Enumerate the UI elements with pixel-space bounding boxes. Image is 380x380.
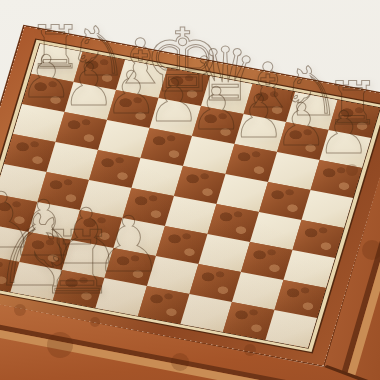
chess-product-photo: ♜♞♟♟♟♟♟♟♟♟♟♟♟♟♜♞♝♛♚♝♞♜	[0, 0, 380, 380]
table-apron-molding	[0, 0, 380, 380]
